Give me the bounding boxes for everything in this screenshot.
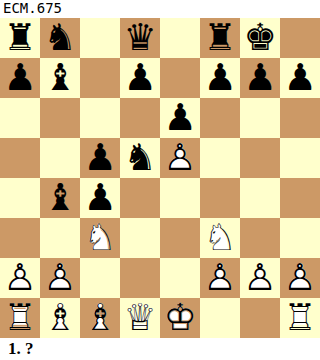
square-a4[interactable] (0, 178, 40, 218)
square-f3[interactable]: ♞♘ (200, 218, 240, 258)
square-f8[interactable]: ♜ (200, 18, 240, 58)
move-prompt: 1. ? (8, 339, 34, 359)
square-h1[interactable]: ♜♖ (280, 298, 320, 338)
square-g1[interactable] (240, 298, 280, 338)
white-pawn-outline: ♙ (0, 258, 40, 298)
black-queen[interactable]: ♛ (120, 18, 160, 58)
square-c5[interactable]: ♟ (80, 138, 120, 178)
white-queen-outline: ♕ (120, 298, 160, 338)
square-h5[interactable] (280, 138, 320, 178)
square-c8[interactable] (80, 18, 120, 58)
black-pawn[interactable]: ♟ (0, 58, 40, 98)
white-rook-outline: ♖ (280, 298, 320, 338)
square-d6[interactable] (120, 98, 160, 138)
square-f5[interactable] (200, 138, 240, 178)
square-g6[interactable] (240, 98, 280, 138)
square-g3[interactable] (240, 218, 280, 258)
white-rook-outline: ♖ (0, 298, 40, 338)
square-a6[interactable] (0, 98, 40, 138)
square-a8[interactable]: ♜ (0, 18, 40, 58)
square-h3[interactable] (280, 218, 320, 258)
square-c6[interactable] (80, 98, 120, 138)
square-e8[interactable] (160, 18, 200, 58)
black-bishop[interactable]: ♝ (40, 178, 80, 218)
square-e5[interactable]: ♟♙ (160, 138, 200, 178)
square-d1[interactable]: ♛♕ (120, 298, 160, 338)
square-e1[interactable]: ♚♔ (160, 298, 200, 338)
square-d2[interactable] (120, 258, 160, 298)
chess-board: ♜♞♛♜♚♟♝♟♟♟♟♟♟♞♟♙♝♟♞♘♞♘♟♙♟♙♟♙♟♙♟♙♜♖♝♗♝♗♛♕… (0, 18, 320, 338)
square-f7[interactable]: ♟ (200, 58, 240, 98)
square-a1[interactable]: ♜♖ (0, 298, 40, 338)
white-pawn-outline: ♙ (280, 258, 320, 298)
square-b7[interactable]: ♝ (40, 58, 80, 98)
square-a3[interactable] (0, 218, 40, 258)
black-king[interactable]: ♚ (240, 18, 280, 58)
black-pawn[interactable]: ♟ (280, 58, 320, 98)
white-pawn-outline: ♙ (200, 258, 240, 298)
square-b4[interactable]: ♝ (40, 178, 80, 218)
square-c7[interactable] (80, 58, 120, 98)
white-pawn-outline: ♙ (40, 258, 80, 298)
square-d3[interactable] (120, 218, 160, 258)
square-d8[interactable]: ♛ (120, 18, 160, 58)
square-b8[interactable]: ♞ (40, 18, 80, 58)
black-pawn[interactable]: ♟ (80, 138, 120, 178)
chess-app-window: ECM.675 ♜♞♛♜♚♟♝♟♟♟♟♟♟♞♟♙♝♟♞♘♞♘♟♙♟♙♟♙♟♙♟♙… (0, 0, 320, 360)
white-knight-outline: ♘ (200, 218, 240, 258)
black-pawn[interactable]: ♟ (200, 58, 240, 98)
square-d7[interactable]: ♟ (120, 58, 160, 98)
square-d4[interactable] (120, 178, 160, 218)
square-b2[interactable]: ♟♙ (40, 258, 80, 298)
white-bishop-outline: ♗ (80, 298, 120, 338)
square-c1[interactable]: ♝♗ (80, 298, 120, 338)
square-b1[interactable]: ♝♗ (40, 298, 80, 338)
square-e6[interactable]: ♟ (160, 98, 200, 138)
square-e2[interactable] (160, 258, 200, 298)
square-h8[interactable] (280, 18, 320, 58)
black-knight[interactable]: ♞ (40, 18, 80, 58)
position-title: ECM.675 (3, 0, 62, 17)
white-pawn-outline: ♙ (240, 258, 280, 298)
square-b3[interactable] (40, 218, 80, 258)
black-rook[interactable]: ♜ (0, 18, 40, 58)
square-c4[interactable]: ♟ (80, 178, 120, 218)
square-g8[interactable]: ♚ (240, 18, 280, 58)
white-knight-outline: ♘ (80, 218, 120, 258)
square-a2[interactable]: ♟♙ (0, 258, 40, 298)
square-d5[interactable]: ♞ (120, 138, 160, 178)
black-pawn[interactable]: ♟ (80, 178, 120, 218)
white-king-outline: ♔ (160, 298, 200, 338)
square-g5[interactable] (240, 138, 280, 178)
square-b6[interactable] (40, 98, 80, 138)
square-h4[interactable] (280, 178, 320, 218)
white-pawn-outline: ♙ (160, 138, 200, 178)
square-g7[interactable]: ♟ (240, 58, 280, 98)
square-c2[interactable] (80, 258, 120, 298)
square-h7[interactable]: ♟ (280, 58, 320, 98)
square-a7[interactable]: ♟ (0, 58, 40, 98)
square-f1[interactable] (200, 298, 240, 338)
square-h2[interactable]: ♟♙ (280, 258, 320, 298)
square-e7[interactable] (160, 58, 200, 98)
square-f4[interactable] (200, 178, 240, 218)
black-pawn[interactable]: ♟ (160, 98, 200, 138)
black-pawn[interactable]: ♟ (120, 58, 160, 98)
black-pawn[interactable]: ♟ (240, 58, 280, 98)
square-g2[interactable]: ♟♙ (240, 258, 280, 298)
square-f6[interactable] (200, 98, 240, 138)
black-bishop[interactable]: ♝ (40, 58, 80, 98)
square-b5[interactable] (40, 138, 80, 178)
white-bishop-outline: ♗ (40, 298, 80, 338)
square-h6[interactable] (280, 98, 320, 138)
black-rook[interactable]: ♜ (200, 18, 240, 58)
black-knight[interactable]: ♞ (120, 138, 160, 178)
square-c3[interactable]: ♞♘ (80, 218, 120, 258)
square-a5[interactable] (0, 138, 40, 178)
square-e4[interactable] (160, 178, 200, 218)
square-e3[interactable] (160, 218, 200, 258)
square-g4[interactable] (240, 178, 280, 218)
square-f2[interactable]: ♟♙ (200, 258, 240, 298)
